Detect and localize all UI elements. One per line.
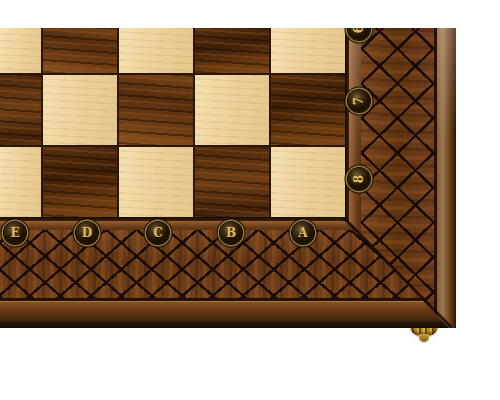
square-b7[interactable] <box>195 75 269 145</box>
file-label-c: C <box>147 222 169 244</box>
square-d7[interactable] <box>43 75 117 145</box>
file-label-e: E <box>4 222 26 244</box>
square-e6[interactable] <box>0 28 41 73</box>
square-b8[interactable] <box>195 147 269 217</box>
square-c7[interactable] <box>119 75 193 145</box>
board-bottom-edge <box>0 322 456 328</box>
square-e8[interactable] <box>0 147 41 217</box>
rank-label-8: 8 <box>348 168 370 190</box>
square-a8[interactable] <box>271 147 345 217</box>
square-a7[interactable] <box>271 75 345 145</box>
square-c8[interactable] <box>119 147 193 217</box>
board-squares <box>0 28 345 217</box>
brass-foot-tip <box>419 334 429 342</box>
file-label-a: A <box>292 222 314 244</box>
border-outer-bevel <box>0 301 456 322</box>
product-photo: EDCBA 678 <box>0 0 500 400</box>
chess-board: EDCBA 678 <box>0 28 456 328</box>
square-d6[interactable] <box>43 28 117 73</box>
square-d8[interactable] <box>43 147 117 217</box>
file-label-b: B <box>220 222 242 244</box>
border-outer-bevel <box>437 28 456 328</box>
square-a6[interactable] <box>271 28 345 73</box>
square-b6[interactable] <box>195 28 269 73</box>
rank-label-7: 7 <box>348 90 370 112</box>
square-c6[interactable] <box>119 28 193 73</box>
square-e7[interactable] <box>0 75 41 145</box>
file-label-d: D <box>76 222 98 244</box>
